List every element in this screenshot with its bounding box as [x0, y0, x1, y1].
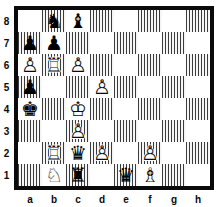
file-label-d: d: [90, 192, 114, 206]
square-d5[interactable]: ♟♙: [90, 76, 114, 98]
square-b6[interactable]: ♜♖: [42, 54, 66, 76]
black-bishop[interactable]: ♝: [66, 10, 90, 32]
square-d1[interactable]: [90, 164, 114, 186]
rank-label-3: 3: [0, 120, 13, 142]
white-rook-outline: ♖: [42, 142, 66, 164]
square-b7[interactable]: ♟: [42, 32, 66, 54]
square-e5[interactable]: [114, 76, 138, 98]
rank-label-8: 8: [0, 10, 13, 32]
square-e3[interactable]: [114, 120, 138, 142]
square-h7[interactable]: [186, 32, 210, 54]
square-a4[interactable]: ♚: [18, 98, 42, 120]
square-a5[interactable]: ♟: [18, 76, 42, 98]
square-h3[interactable]: [186, 120, 210, 142]
square-h5[interactable]: [186, 76, 210, 98]
square-e7[interactable]: [114, 32, 138, 54]
file-label-g: g: [162, 192, 186, 206]
black-rook[interactable]: ♜: [66, 164, 90, 186]
square-d2[interactable]: ♟♙: [90, 142, 114, 164]
square-f4[interactable]: [138, 98, 162, 120]
square-a7[interactable]: ♟: [18, 32, 42, 54]
square-h1[interactable]: [186, 164, 210, 186]
square-a2[interactable]: [18, 142, 42, 164]
file-labels: abcdefgh: [18, 192, 210, 206]
square-f2[interactable]: ♟♙: [138, 142, 162, 164]
white-pawn-outline: ♙: [18, 54, 42, 76]
square-b4[interactable]: [42, 98, 66, 120]
white-pawn-outline: ♙: [90, 142, 114, 164]
black-queen[interactable]: ♛: [114, 164, 138, 186]
square-g7[interactable]: [162, 32, 186, 54]
black-pawn[interactable]: ♟: [42, 32, 66, 54]
square-h6[interactable]: [186, 54, 210, 76]
square-g4[interactable]: [162, 98, 186, 120]
chess-board: ♞♝♟♟♟♙♜♖♟♙♟♟♙♚♚♔♟♙♜♖♛♟♙♟♙♞♘♜♛♝♗: [14, 6, 214, 190]
white-rook-outline: ♖: [42, 54, 66, 76]
file-label-e: e: [114, 192, 138, 206]
square-g5[interactable]: [162, 76, 186, 98]
white-pawn[interactable]: ♟♙: [66, 54, 90, 76]
square-c6[interactable]: ♟♙: [66, 54, 90, 76]
white-bishop-outline: ♗: [138, 164, 162, 186]
square-f1[interactable]: ♝♗: [138, 164, 162, 186]
square-a6[interactable]: ♟♙: [18, 54, 42, 76]
white-rook[interactable]: ♜♖: [42, 54, 66, 76]
square-h8[interactable]: [186, 10, 210, 32]
square-d7[interactable]: [90, 32, 114, 54]
square-c4[interactable]: ♚♔: [66, 98, 90, 120]
black-pawn[interactable]: ♟: [18, 76, 42, 98]
rank-label-7: 7: [0, 32, 13, 54]
black-knight[interactable]: ♞: [42, 10, 66, 32]
square-a3[interactable]: [18, 120, 42, 142]
square-e1[interactable]: ♛: [114, 164, 138, 186]
square-g6[interactable]: [162, 54, 186, 76]
black-king[interactable]: ♚: [18, 98, 42, 120]
white-bishop[interactable]: ♝♗: [138, 164, 162, 186]
square-d6[interactable]: [90, 54, 114, 76]
white-pawn[interactable]: ♟♙: [90, 76, 114, 98]
rank-label-6: 6: [0, 54, 13, 76]
white-rook[interactable]: ♜♖: [42, 142, 66, 164]
file-label-h: h: [186, 192, 210, 206]
file-label-c: c: [66, 192, 90, 206]
square-e4[interactable]: [114, 98, 138, 120]
square-a8[interactable]: [18, 10, 42, 32]
white-knight-outline: ♘: [42, 164, 66, 186]
square-b1[interactable]: ♞♘: [42, 164, 66, 186]
rank-label-4: 4: [0, 98, 13, 120]
square-e6[interactable]: [114, 54, 138, 76]
white-pawn[interactable]: ♟♙: [138, 142, 162, 164]
square-g1[interactable]: [162, 164, 186, 186]
rank-label-1: 1: [0, 164, 13, 186]
black-queen[interactable]: ♛: [66, 142, 90, 164]
white-pawn-outline: ♙: [138, 142, 162, 164]
rank-labels: 87654321: [0, 10, 13, 186]
white-pawn[interactable]: ♟♙: [66, 120, 90, 142]
rank-label-5: 5: [0, 76, 13, 98]
square-b5[interactable]: [42, 76, 66, 98]
square-c2[interactable]: ♛: [66, 142, 90, 164]
square-a1[interactable]: [18, 164, 42, 186]
file-label-b: b: [42, 192, 66, 206]
white-pawn-outline: ♙: [66, 54, 90, 76]
square-b3[interactable]: [42, 120, 66, 142]
square-c1[interactable]: ♜: [66, 164, 90, 186]
file-label-a: a: [18, 192, 42, 206]
square-c3[interactable]: ♟♙: [66, 120, 90, 142]
square-d8[interactable]: [90, 10, 114, 32]
square-g3[interactable]: [162, 120, 186, 142]
square-f8[interactable]: [138, 10, 162, 32]
square-e2[interactable]: [114, 142, 138, 164]
square-c8[interactable]: ♝: [66, 10, 90, 32]
square-c7[interactable]: [66, 32, 90, 54]
square-g8[interactable]: [162, 10, 186, 32]
black-pawn[interactable]: ♟: [18, 32, 42, 54]
square-d3[interactable]: [90, 120, 114, 142]
white-pawn[interactable]: ♟♙: [18, 54, 42, 76]
square-f7[interactable]: [138, 32, 162, 54]
square-g2[interactable]: [162, 142, 186, 164]
white-king[interactable]: ♚♔: [66, 98, 90, 120]
white-pawn-outline: ♙: [90, 76, 114, 98]
white-king-outline: ♔: [66, 98, 90, 120]
square-h4[interactable]: [186, 98, 210, 120]
square-d4[interactable]: [90, 98, 114, 120]
square-b2[interactable]: ♜♖: [42, 142, 66, 164]
chess-diagram-page: 87654321 ♞♝♟♟♟♙♜♖♟♙♟♟♙♚♚♔♟♙♜♖♛♟♙♟♙♞♘♜♛♝♗…: [0, 0, 218, 207]
square-e8[interactable]: [114, 10, 138, 32]
square-f5[interactable]: [138, 76, 162, 98]
white-knight[interactable]: ♞♘: [42, 164, 66, 186]
square-c5[interactable]: [66, 76, 90, 98]
file-label-f: f: [138, 192, 162, 206]
square-f3[interactable]: [138, 120, 162, 142]
square-f6[interactable]: [138, 54, 162, 76]
square-h2[interactable]: [186, 142, 210, 164]
white-pawn-outline: ♙: [66, 120, 90, 142]
white-pawn[interactable]: ♟♙: [90, 142, 114, 164]
square-b8[interactable]: ♞: [42, 10, 66, 32]
rank-label-2: 2: [0, 142, 13, 164]
